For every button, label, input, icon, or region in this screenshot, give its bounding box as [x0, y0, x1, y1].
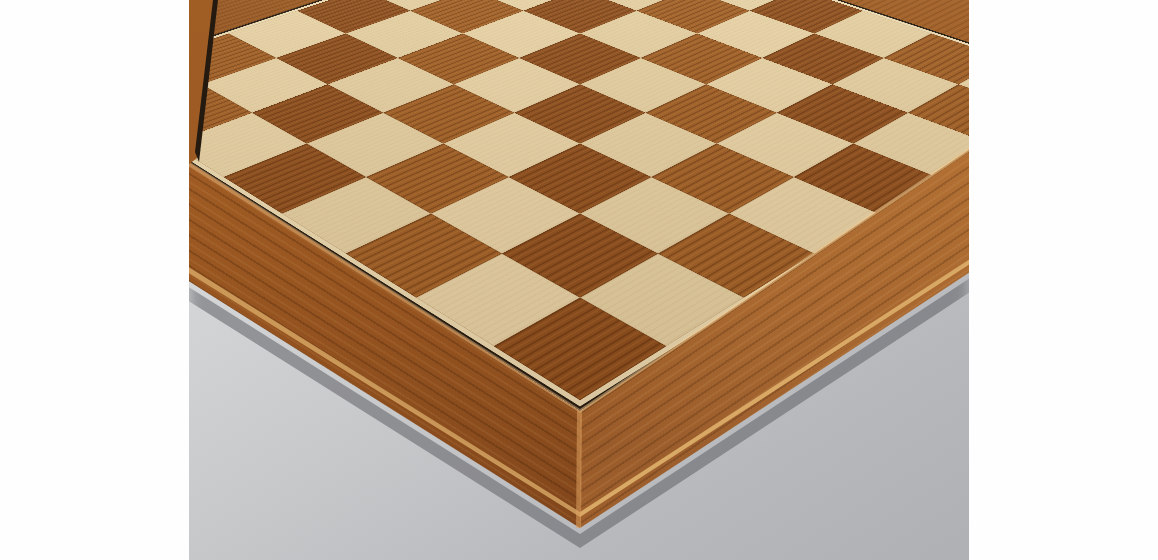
white-matte-band-right: [969, 0, 1158, 560]
white-matte-band-left: [0, 0, 189, 560]
screenshot-canvas: [0, 0, 1158, 560]
board-photograph: [189, 0, 969, 560]
